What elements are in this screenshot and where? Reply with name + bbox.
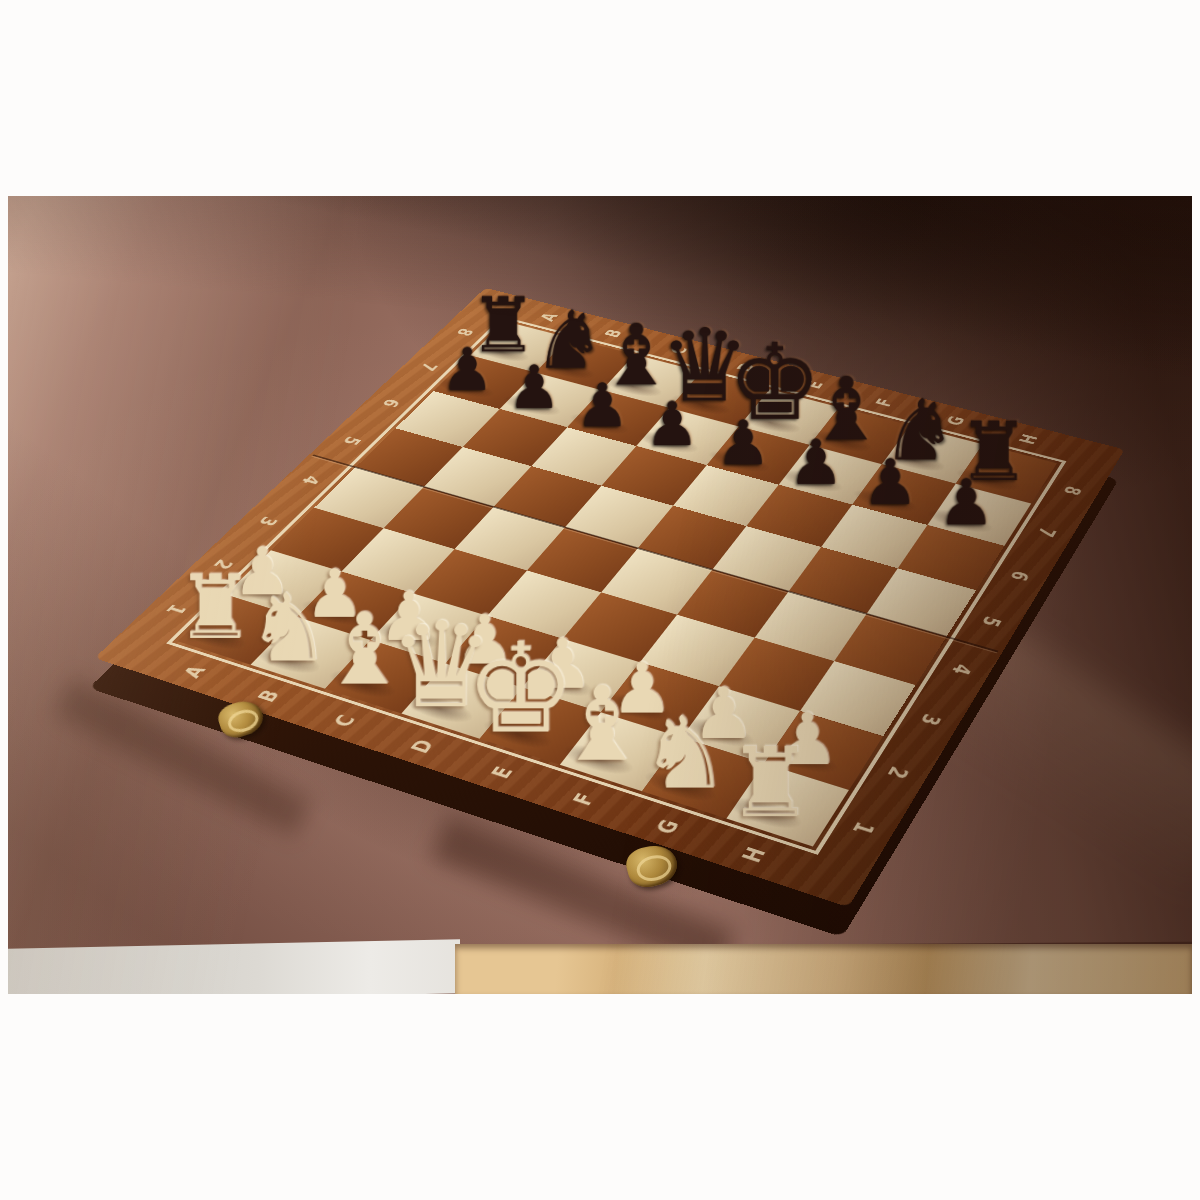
file-label-bottom-A: A [179, 662, 212, 682]
file-label-bottom-G: G [651, 816, 685, 839]
screenshot: ♜♞♝♛♚♝♞♜♟♟♟♟♟♟♟♟♟♟♟♟♟♟♟♟♜♞♝♛♚♝♞♜ AA88BB7… [0, 0, 1200, 1200]
black-pawn-d7: ♟ [645, 394, 700, 455]
file-label-bottom-H: H [738, 843, 772, 866]
file-label-bottom-F: F [568, 788, 602, 810]
file-label-bottom-B: B [253, 686, 286, 706]
file-label-bottom-D: D [406, 736, 439, 757]
white-knight-b1: ♞ [247, 582, 331, 676]
rank-label-right-6: 6 [1005, 567, 1034, 585]
black-pawn-g7: ♟ [862, 451, 918, 514]
black-pawn-c7: ♟ [575, 376, 629, 436]
rank-label-left-5: 5 [337, 433, 366, 448]
floor-band-left [8, 939, 460, 994]
black-pawn-f7: ♟ [788, 431, 844, 493]
rank-label-right-1: 1 [846, 817, 879, 840]
black-pawn-a7: ♟ [441, 340, 494, 399]
rank-label-left-7: 7 [415, 360, 442, 374]
square-c4 [455, 507, 566, 571]
file-label-bottom-C: C [328, 711, 361, 732]
white-rook-h1: ♜ [727, 734, 814, 831]
rank-label-right-4: 4 [946, 659, 976, 679]
black-pawn-e7: ♟ [716, 412, 771, 473]
product-photo: ♜♞♝♛♚♝♞♜♟♟♟♟♟♟♟♟♟♟♟♟♟♟♟♟♜♞♝♛♚♝♞♜ AA88BB7… [8, 196, 1192, 994]
black-pawn-b7: ♟ [508, 358, 561, 418]
rank-label-right-5: 5 [976, 612, 1005, 631]
rank-label-left-3: 3 [253, 513, 283, 530]
rank-label-right-3: 3 [915, 709, 946, 730]
white-rook-a1: ♜ [175, 563, 254, 652]
rank-label-right-7: 7 [1032, 524, 1060, 541]
black-pawn-h7: ♟ [938, 471, 995, 535]
file-label-bottom-E: E [486, 762, 519, 784]
rank-label-left-4: 4 [296, 472, 325, 488]
floor-band-right [455, 944, 1192, 994]
rank-label-left-6: 6 [377, 396, 405, 411]
white-bishop-f1: ♝ [555, 673, 647, 776]
rank-label-right-2: 2 [881, 762, 913, 784]
rank-label-right-8: 8 [1058, 482, 1085, 498]
white-knight-g1: ♞ [640, 704, 730, 804]
